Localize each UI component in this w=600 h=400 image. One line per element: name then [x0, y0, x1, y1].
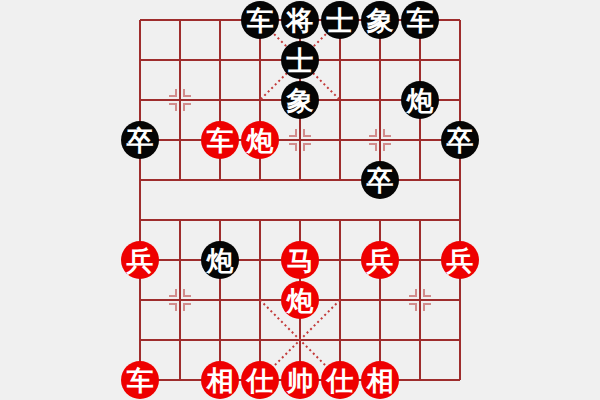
red-soldier[interactable]: 兵	[361, 241, 399, 279]
black-soldier[interactable]: 卒	[121, 121, 159, 159]
red-elephant[interactable]: 相	[361, 361, 399, 399]
red-soldier[interactable]: 兵	[441, 241, 479, 279]
black-chariot[interactable]: 车	[401, 1, 439, 39]
red-chariot[interactable]: 车	[201, 121, 239, 159]
red-cannon[interactable]: 炮	[241, 121, 279, 159]
black-cannon[interactable]: 炮	[201, 241, 239, 279]
xiangqi-board-screenshot: 车将士象车士象炮卒车炮卒卒兵炮马兵兵炮车相仕帅仕相	[0, 0, 600, 400]
red-advisor[interactable]: 仕	[241, 361, 279, 399]
black-chariot[interactable]: 车	[241, 1, 279, 39]
red-cannon[interactable]: 炮	[281, 281, 319, 319]
black-soldier[interactable]: 卒	[441, 121, 479, 159]
black-elephant[interactable]: 象	[361, 1, 399, 39]
red-advisor[interactable]: 仕	[321, 361, 359, 399]
black-general[interactable]: 将	[281, 1, 319, 39]
red-soldier[interactable]: 兵	[121, 241, 159, 279]
red-horse[interactable]: 马	[281, 241, 319, 279]
black-advisor[interactable]: 士	[321, 1, 359, 39]
red-chariot[interactable]: 车	[121, 361, 159, 399]
red-general[interactable]: 帅	[281, 361, 319, 399]
red-elephant[interactable]: 相	[201, 361, 239, 399]
black-advisor[interactable]: 士	[281, 41, 319, 79]
black-elephant[interactable]: 象	[281, 81, 319, 119]
pieces-layer: 车将士象车士象炮卒车炮卒卒兵炮马兵兵炮车相仕帅仕相	[120, 0, 480, 400]
black-soldier[interactable]: 卒	[361, 161, 399, 199]
black-cannon[interactable]: 炮	[401, 81, 439, 119]
